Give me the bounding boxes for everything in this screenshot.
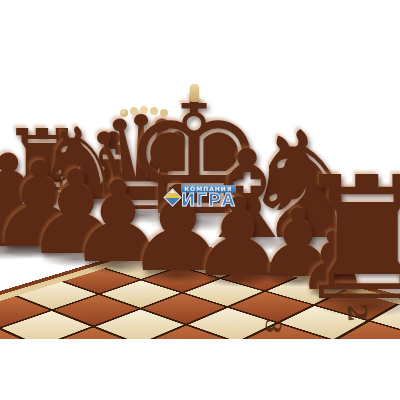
photo-background-strip <box>0 339 400 400</box>
queen-coronet-accent <box>120 109 128 117</box>
king-finial-accent <box>190 84 199 102</box>
chess-set-photo: 2 3 ♜♞♝♛♚♝♞♜♟♟♟♟♟♟♟♟ КОМПАНИЯ ИГРА <box>0 0 400 400</box>
coordinate-label-3: 3 <box>260 318 287 336</box>
piece-rook-h8: ♜ <box>291 154 400 324</box>
coordinate-label-2: 2 <box>341 303 372 323</box>
